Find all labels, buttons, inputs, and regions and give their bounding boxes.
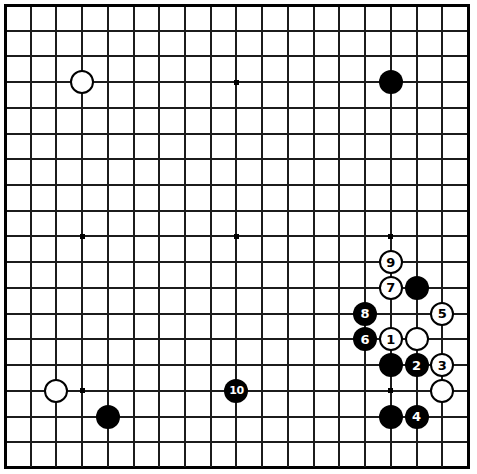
move-5-white-stone-S7[interactable]: 5 [430, 302, 454, 326]
grid-line-vertical [261, 7, 263, 467]
grid-line-vertical [338, 7, 340, 467]
move-7-white-stone-Q8[interactable]: 7 [379, 276, 403, 300]
move-1-white-stone-Q6[interactable]: 1 [379, 327, 403, 351]
black-stone-E3[interactable] [96, 405, 120, 429]
move-4-black-stone-R3[interactable]: 4 [405, 405, 429, 429]
move-2-black-stone-R5[interactable]: 2 [405, 353, 429, 377]
go-diagram: 97856123104 [0, 0, 477, 474]
move-number-label: 10 [229, 385, 243, 396]
move-number-label: 3 [438, 359, 447, 372]
move-number-label: 4 [412, 410, 421, 423]
grid-line-horizontal [7, 441, 467, 443]
move-number-label: 5 [438, 307, 447, 320]
grid-line-vertical [416, 7, 418, 467]
move-number-label: 6 [361, 333, 370, 346]
black-stone-Q3[interactable] [379, 405, 403, 429]
white-stone-S4[interactable] [430, 379, 454, 403]
star-point [234, 234, 239, 239]
star-point [388, 234, 393, 239]
black-stone-R8[interactable] [405, 276, 429, 300]
move-number-label: 2 [412, 359, 421, 372]
move-number-label: 1 [386, 333, 395, 346]
grid-line-vertical [313, 7, 315, 467]
star-point [388, 388, 393, 393]
move-8-black-stone-P7[interactable]: 8 [353, 302, 377, 326]
black-stone-Q16[interactable] [379, 70, 403, 94]
grid-line-vertical [287, 7, 289, 467]
move-9-white-stone-Q9[interactable]: 9 [379, 250, 403, 274]
move-number-label: 7 [386, 281, 395, 294]
move-number-label: 9 [386, 256, 395, 269]
grid-line-horizontal [7, 313, 467, 315]
star-point [80, 388, 85, 393]
star-point [234, 80, 239, 85]
star-point [80, 234, 85, 239]
white-stone-R6[interactable] [405, 327, 429, 351]
move-number-label: 8 [361, 307, 370, 320]
black-stone-Q5[interactable] [379, 353, 403, 377]
grid-line-vertical [364, 7, 366, 467]
